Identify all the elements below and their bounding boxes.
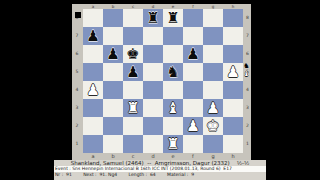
move-info-line: Nr : 91 Next : 91. Ng4 Length : 64 Mater… [54,172,266,178]
square-c6[interactable]: ♚ [123,45,143,63]
square-h5[interactable]: ♟ [223,63,243,81]
file-label-g: g [203,153,223,160]
square-a4[interactable]: ♟ [83,81,103,99]
square-e5[interactable]: ♞ [163,63,183,81]
square-d8[interactable]: ♜ [143,9,163,27]
square-g8[interactable] [203,9,223,27]
file-label-f: f [183,153,203,160]
square-c8[interactable] [123,9,143,27]
file-label-e: e [163,153,183,160]
file-label-c: c [123,153,143,160]
square-c3[interactable]: ♜ [123,99,143,117]
rank-label-2: 2 [244,117,251,135]
square-g3[interactable]: ♟ [203,99,223,117]
square-f8[interactable] [183,9,203,27]
square-g1[interactable] [203,135,223,153]
white-king[interactable]: ♚ [206,119,219,134]
rank-label-3: 3 [244,99,251,117]
square-h3[interactable] [223,99,243,117]
square-d1[interactable] [143,135,163,153]
file-label-h: h [223,153,243,160]
square-e8[interactable]: ♜ [163,9,183,27]
white-pawn[interactable]: ♟ [226,65,239,80]
black-knight-material-icon: ♞ [243,62,249,70]
square-f4[interactable] [183,81,203,99]
square-g2[interactable]: ♚ [203,117,223,135]
square-f5[interactable] [183,63,203,81]
square-h4[interactable] [223,81,243,99]
black-pawn[interactable]: ♟ [186,47,199,62]
square-e7[interactable] [163,27,183,45]
square-h8[interactable] [223,9,243,27]
rank-label-6: 6 [244,45,251,63]
white-pawn[interactable]: ♟ [206,101,219,116]
square-e6[interactable] [163,45,183,63]
rank-label-8: 8 [244,9,251,27]
rank-labels-left: 87654321 [72,9,82,153]
square-b7[interactable] [103,27,123,45]
square-f7[interactable] [183,27,203,45]
square-a1[interactable] [83,135,103,153]
square-d2[interactable] [143,117,163,135]
square-a5[interactable] [83,63,103,81]
material-balance-icons: ♞♝ [242,62,251,78]
square-f6[interactable]: ♟ [183,45,203,63]
square-b3[interactable] [103,99,123,117]
white-bishop-material-icon: ♝ [243,70,249,78]
square-f3[interactable] [183,99,203,117]
square-d6[interactable] [143,45,163,63]
square-a8[interactable] [83,9,103,27]
rank-label-7: 7 [72,27,82,45]
black-pawn[interactable]: ♟ [86,29,99,44]
white-pawn[interactable]: ♟ [186,119,199,134]
rank-label-4: 4 [72,81,82,99]
rank-label-7: 7 [244,27,251,45]
board-panel: abcdefgh 87654321 ♜♜♟♟♚♟♟♞♟♟♜♝♟♟♚♜ 87654… [72,4,251,160]
black-pawn[interactable]: ♟ [126,65,139,80]
file-label-b: b [103,153,123,160]
file-label-a: a [83,153,103,160]
square-d7[interactable] [143,27,163,45]
side-to-move-indicator [75,12,81,18]
square-a7[interactable]: ♟ [83,27,103,45]
square-b6[interactable]: ♟ [103,45,123,63]
square-b8[interactable] [103,9,123,27]
square-c5[interactable]: ♟ [123,63,143,81]
black-rook[interactable]: ♜ [146,11,159,26]
square-c1[interactable] [123,135,143,153]
square-b5[interactable] [103,63,123,81]
rank-label-5: 5 [72,63,82,81]
square-h6[interactable] [223,45,243,63]
rank-label-3: 3 [72,99,82,117]
file-labels-bottom: abcdefgh [83,153,243,160]
square-a6[interactable] [83,45,103,63]
square-d4[interactable] [143,81,163,99]
square-a2[interactable] [83,117,103,135]
square-e4[interactable] [163,81,183,99]
white-rook[interactable]: ♜ [166,137,179,152]
square-c4[interactable] [123,81,143,99]
square-a3[interactable] [83,99,103,117]
square-d3[interactable] [143,99,163,117]
square-h7[interactable] [223,27,243,45]
square-h1[interactable] [223,135,243,153]
white-rook[interactable]: ♜ [126,101,139,116]
file-label-d: d [143,153,163,160]
square-b2[interactable] [103,117,123,135]
square-f1[interactable] [183,135,203,153]
rank-label-1: 1 [72,135,82,153]
square-c7[interactable] [123,27,143,45]
square-g6[interactable] [203,45,223,63]
square-c2[interactable] [123,117,143,135]
chessboard[interactable]: ♜♜♟♟♚♟♟♞♟♟♜♝♟♟♚♜ [83,9,243,153]
black-knight[interactable]: ♞ [166,65,179,80]
square-b1[interactable] [103,135,123,153]
square-e1[interactable]: ♜ [163,135,183,153]
game-info-caption: Shankland, Samuel (2464) -- Arngrimsson,… [54,160,266,180]
rank-label-2: 2 [72,117,82,135]
rank-label-1: 1 [244,135,251,153]
rank-labels-right: 87654321 [244,9,251,153]
square-g5[interactable] [203,63,223,81]
video-frame: { "game": "chess", "position": { "fen": … [0,0,320,180]
square-g4[interactable] [203,81,223,99]
rank-label-6: 6 [72,45,82,63]
rank-label-4: 4 [244,81,251,99]
square-g7[interactable] [203,27,223,45]
white-bishop[interactable]: ♝ [166,101,179,116]
white-pawn[interactable]: ♟ [86,83,99,98]
black-king[interactable]: ♚ [126,47,139,62]
black-rook[interactable]: ♜ [166,11,179,26]
black-pawn[interactable]: ♟ [106,47,119,62]
square-e2[interactable] [163,117,183,135]
square-f2[interactable]: ♟ [183,117,203,135]
square-h2[interactable] [223,117,243,135]
square-e3[interactable]: ♝ [163,99,183,117]
square-b4[interactable] [103,81,123,99]
square-d5[interactable] [143,63,163,81]
